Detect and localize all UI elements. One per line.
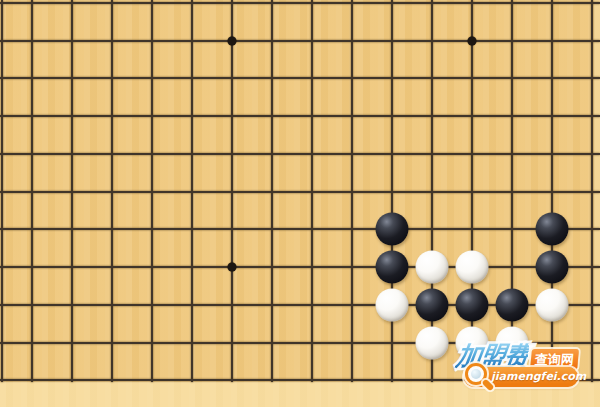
star-point: [228, 263, 237, 272]
star-point: [228, 37, 237, 46]
star-point: [468, 37, 477, 46]
white-stone: [416, 327, 449, 360]
grid-line-horizontal: [0, 115, 600, 117]
white-stone: [456, 251, 489, 284]
grid-line-horizontal: [0, 191, 600, 193]
black-stone: [376, 213, 409, 246]
magnifier-glass: [471, 369, 481, 379]
black-stone: [496, 289, 529, 322]
watermark-brand: 加盟费 加盟费: [454, 342, 458, 370]
white-stone: [536, 289, 569, 322]
grid-line-horizontal: [0, 40, 600, 42]
go-board-screenshot: 加盟费 加盟费 查询网 jiamengfei.com: [0, 0, 600, 407]
black-stone: [376, 251, 409, 284]
grid-line-horizontal: [0, 153, 600, 155]
black-stone: [536, 213, 569, 246]
watermark-domain-bar: jiamengfei.com: [464, 367, 578, 387]
white-stone: [416, 251, 449, 284]
grid-line-horizontal: [0, 228, 600, 230]
black-stone: [536, 251, 569, 284]
watermark: 加盟费 加盟费 查询网 jiamengfei.com: [454, 341, 586, 399]
watermark-brand-text: 加盟费: [454, 342, 530, 370]
black-stone: [416, 289, 449, 322]
grid-line-horizontal: [0, 2, 600, 4]
grid-line-horizontal: [0, 266, 600, 268]
black-stone: [456, 289, 489, 322]
white-stone: [376, 289, 409, 322]
grid-line-horizontal: [0, 77, 600, 79]
